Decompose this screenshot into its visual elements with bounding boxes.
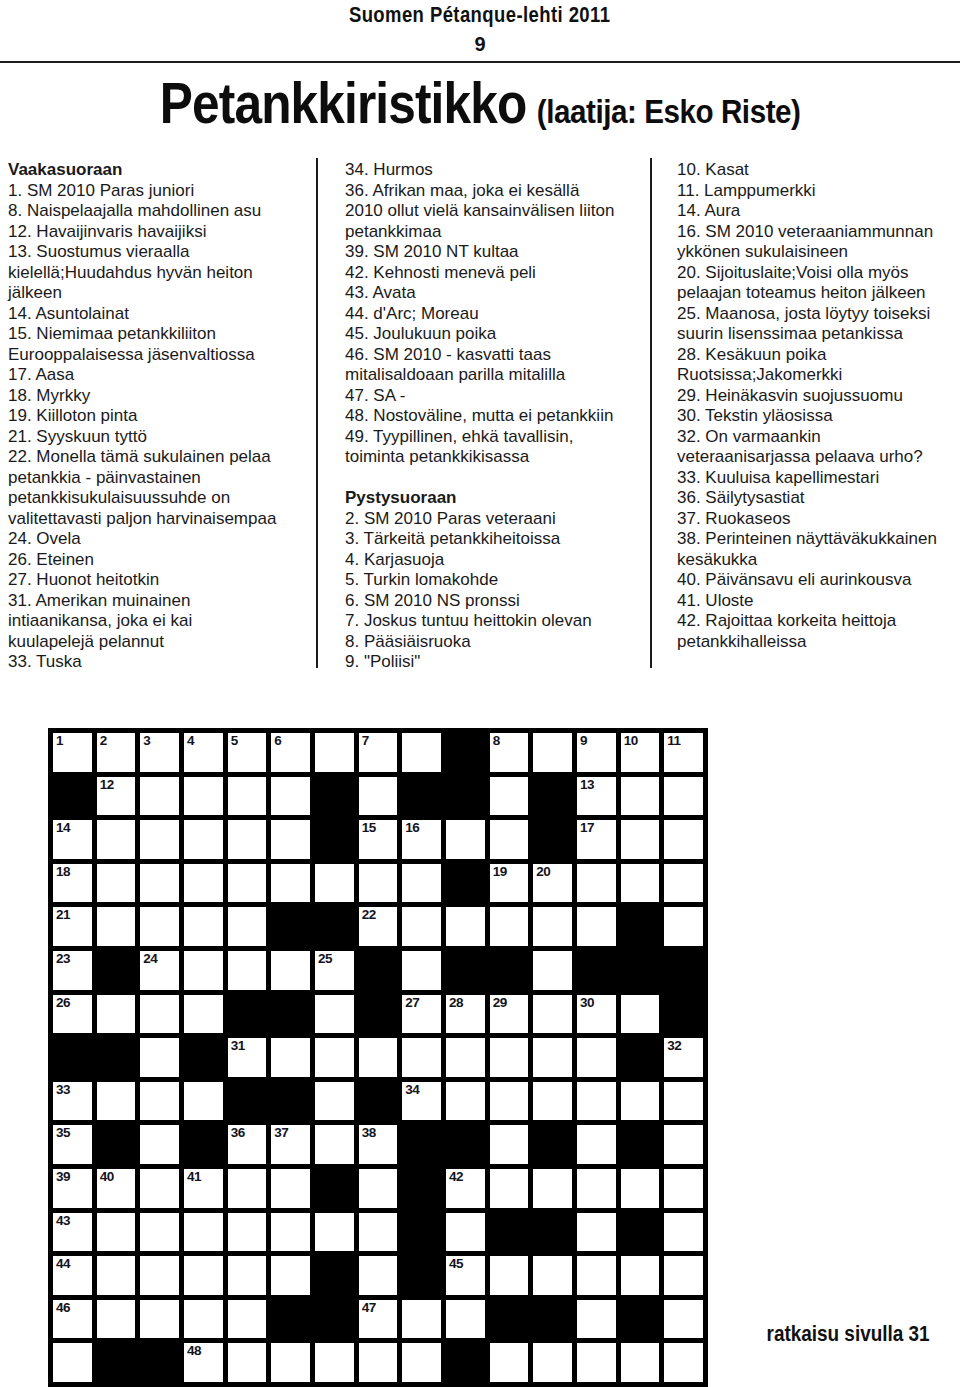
grid-cell-white[interactable]: 43 bbox=[53, 1213, 92, 1252]
cell-number: 28 bbox=[449, 995, 463, 1011]
grid-cell-white[interactable] bbox=[577, 1082, 616, 1121]
grid-cell-white[interactable]: 3 bbox=[140, 733, 179, 772]
grid-cell-white[interactable] bbox=[315, 995, 354, 1034]
clue: 2. SM 2010 Paras veteraani bbox=[345, 509, 644, 530]
grid-cell-white[interactable] bbox=[228, 1169, 267, 1208]
clue-line: 10. Kasat bbox=[677, 160, 956, 181]
grid-cell-white[interactable] bbox=[140, 1300, 179, 1339]
clue-line: 8. Pääsiäisruoka bbox=[345, 632, 644, 653]
grid-cell-white[interactable] bbox=[315, 1343, 354, 1382]
grid-cell-white[interactable]: 34 bbox=[402, 1082, 441, 1121]
grid-cell-black bbox=[533, 1213, 572, 1252]
clue: 39. SM 2010 NT kultaa bbox=[345, 242, 644, 263]
clue: 27. Huonot heitotkin bbox=[8, 570, 310, 591]
cell-number: 7 bbox=[362, 733, 369, 749]
grid-cell-white[interactable] bbox=[621, 995, 660, 1034]
puzzle-title-row: Petankkiristikko(laatija: Esko Riste) bbox=[0, 70, 960, 136]
grid-cell-white[interactable] bbox=[402, 1038, 441, 1077]
grid-cell-white[interactable]: 20 bbox=[533, 864, 572, 903]
cell-number: 48 bbox=[187, 1343, 201, 1359]
grid-cell-white[interactable] bbox=[577, 1300, 616, 1339]
grid-cell-white[interactable] bbox=[140, 864, 179, 903]
grid-cell-white[interactable] bbox=[271, 777, 310, 816]
grid-cell-white[interactable] bbox=[577, 1169, 616, 1208]
grid-cell-black bbox=[446, 951, 485, 990]
clue-line: 14. Asuntolainat bbox=[8, 304, 310, 325]
clue-line: 7. Joskus tuntuu heittokin olevan bbox=[345, 611, 644, 632]
clue-line: intiaanikansa, joka ei kai bbox=[8, 611, 310, 632]
cell-number: 5 bbox=[231, 733, 238, 749]
grid-cell-white[interactable] bbox=[577, 864, 616, 903]
grid-cell-white[interactable] bbox=[140, 907, 179, 946]
grid-cell-white[interactable] bbox=[621, 820, 660, 859]
grid-cell-black bbox=[446, 733, 485, 772]
cell-number: 34 bbox=[405, 1082, 419, 1098]
grid-cell-black bbox=[490, 1213, 529, 1252]
grid-cell-white[interactable] bbox=[621, 1082, 660, 1121]
grid-cell-black bbox=[228, 1082, 267, 1121]
grid-cell-white[interactable] bbox=[533, 1169, 572, 1208]
grid-cell-white[interactable] bbox=[664, 907, 703, 946]
grid-cell-white[interactable] bbox=[97, 1300, 136, 1339]
grid-cell-white[interactable]: 19 bbox=[490, 864, 529, 903]
clue: 33. Kuuluisa kapellimestari bbox=[677, 468, 956, 489]
grid-cell-white[interactable]: 27 bbox=[402, 995, 441, 1034]
grid-cell-white[interactable] bbox=[446, 1038, 485, 1077]
grid-cell-white[interactable]: 12 bbox=[97, 777, 136, 816]
grid-cell-white[interactable] bbox=[271, 864, 310, 903]
grid-cell-black bbox=[315, 1256, 354, 1295]
clue: 41. Uloste bbox=[677, 591, 956, 612]
grid-cell-white[interactable] bbox=[446, 907, 485, 946]
crossword-grid: 1234567891011121314151617181920212223242… bbox=[48, 728, 708, 1387]
grid-cell-white[interactable]: 47 bbox=[359, 1300, 398, 1339]
clue: 34. Hurmos bbox=[345, 160, 644, 181]
grid-cell-white[interactable] bbox=[140, 995, 179, 1034]
clue: 1. SM 2010 Paras juniori bbox=[8, 181, 310, 202]
cell-number: 8 bbox=[493, 733, 500, 749]
grid-cell-white[interactable] bbox=[533, 995, 572, 1034]
header-divider bbox=[0, 61, 960, 63]
grid-cell-white[interactable] bbox=[359, 1213, 398, 1252]
cell-number: 42 bbox=[449, 1169, 463, 1185]
grid-cell-white[interactable] bbox=[664, 820, 703, 859]
clue-line: 14. Aura bbox=[677, 201, 956, 222]
grid-cell-white[interactable] bbox=[315, 1038, 354, 1077]
clue-line: 40. Päivänsavu eli aurinkousva bbox=[677, 570, 956, 591]
grid-cell-white[interactable] bbox=[97, 995, 136, 1034]
puzzle-byline: (laatija: Esko Riste) bbox=[537, 92, 801, 130]
grid-cell-white[interactable] bbox=[315, 864, 354, 903]
clue-line: 2. SM 2010 Paras veteraani bbox=[345, 509, 644, 530]
clue: 40. Päivänsavu eli aurinkousva bbox=[677, 570, 956, 591]
clue-line: 5. Turkin lomakohde bbox=[345, 570, 644, 591]
grid-cell-white[interactable] bbox=[664, 1169, 703, 1208]
grid-cell-white[interactable] bbox=[664, 1300, 703, 1339]
clue: 37. Ruokaseos bbox=[677, 509, 956, 530]
grid-cell-white[interactable] bbox=[228, 1300, 267, 1339]
grid-cell-white[interactable]: 4 bbox=[184, 733, 223, 772]
grid-cell-black bbox=[97, 1125, 136, 1164]
cell-number: 26 bbox=[56, 995, 70, 1011]
grid-cell-white[interactable] bbox=[621, 864, 660, 903]
magazine-page: Suomen Pétanque-lehti 2011 9 Petankkiris… bbox=[0, 0, 960, 1387]
grid-cell-white[interactable]: 37 bbox=[271, 1125, 310, 1164]
grid-cell-white[interactable] bbox=[228, 1256, 267, 1295]
grid-cell-white[interactable] bbox=[577, 1038, 616, 1077]
grid-cell-white[interactable] bbox=[359, 1343, 398, 1382]
grid-cell-white[interactable]: 39 bbox=[53, 1169, 92, 1208]
grid-cell-white[interactable]: 15 bbox=[359, 820, 398, 859]
grid-cell-white[interactable] bbox=[140, 1082, 179, 1121]
grid-cell-white[interactable]: 18 bbox=[53, 864, 92, 903]
clue-line: jälkeen bbox=[8, 283, 310, 304]
grid-cell-white[interactable] bbox=[490, 820, 529, 859]
grid-cell-white[interactable] bbox=[184, 1300, 223, 1339]
grid-cell-white[interactable] bbox=[271, 820, 310, 859]
grid-cell-white[interactable] bbox=[315, 733, 354, 772]
cell-number: 21 bbox=[56, 907, 70, 923]
grid-cell-white[interactable]: 14 bbox=[53, 820, 92, 859]
grid-cell-white[interactable]: 42 bbox=[446, 1169, 485, 1208]
clue: 29. Heinäkasvin suojussuomu bbox=[677, 386, 956, 407]
cell-number: 38 bbox=[362, 1125, 376, 1141]
cell-number: 16 bbox=[405, 820, 419, 836]
clue-line: 21. Syyskuun tyttö bbox=[8, 427, 310, 448]
grid-cell-white[interactable] bbox=[228, 951, 267, 990]
clue: 32. On varmaankinveteraanisarjassa pelaa… bbox=[677, 427, 956, 468]
clue-line: 2010 ollut vielä kansainvälisen liiton bbox=[345, 201, 644, 222]
grid-cell-white[interactable] bbox=[490, 1169, 529, 1208]
clue: 14. Asuntolainat bbox=[8, 304, 310, 325]
clue-line: petankkia - päinvastainen bbox=[8, 468, 310, 489]
cell-number: 19 bbox=[493, 864, 507, 880]
clue: 48. Nostoväline, mutta ei petankkiin bbox=[345, 406, 644, 427]
grid-cell-white[interactable] bbox=[664, 777, 703, 816]
grid-cell-white[interactable] bbox=[490, 777, 529, 816]
grid-cell-white[interactable]: 48 bbox=[184, 1343, 223, 1382]
grid-cell-black bbox=[271, 995, 310, 1034]
grid-cell-white[interactable]: 36 bbox=[228, 1125, 267, 1164]
grid-cell-white[interactable] bbox=[184, 1256, 223, 1295]
grid-cell-white[interactable] bbox=[271, 1169, 310, 1208]
grid-cell-white[interactable] bbox=[140, 1038, 179, 1077]
clue-line: 44. d'Arc; Moreau bbox=[345, 304, 644, 325]
grid-cell-white[interactable] bbox=[184, 820, 223, 859]
grid-cell-white[interactable] bbox=[490, 1343, 529, 1382]
grid-cell-white[interactable]: 30 bbox=[577, 995, 616, 1034]
solution-note: ratkaisu sivulla 31 bbox=[767, 1321, 930, 1347]
cell-number: 2 bbox=[100, 733, 107, 749]
grid-cell-white[interactable] bbox=[271, 1038, 310, 1077]
grid-cell-black bbox=[402, 777, 441, 816]
grid-cell-black bbox=[402, 1213, 441, 1252]
clue-line: 24. Ovela bbox=[8, 529, 310, 550]
cell-number: 25 bbox=[318, 951, 332, 967]
grid-cell-black bbox=[533, 820, 572, 859]
clue-line: 9. "Poliisi" bbox=[345, 652, 644, 668]
grid-cell-white[interactable]: 44 bbox=[53, 1256, 92, 1295]
grid-cell-white[interactable]: 35 bbox=[53, 1125, 92, 1164]
grid-cell-white[interactable]: 32 bbox=[664, 1038, 703, 1077]
grid-cell-white[interactable]: 7 bbox=[359, 733, 398, 772]
clue-line: 36. Säilytysastiat bbox=[677, 488, 956, 509]
grid-cell-white[interactable]: 23 bbox=[53, 951, 92, 990]
grid-cell-white[interactable] bbox=[664, 1082, 703, 1121]
grid-cell-white[interactable]: 16 bbox=[402, 820, 441, 859]
grid-cell-white[interactable] bbox=[533, 951, 572, 990]
grid-cell-white[interactable] bbox=[621, 1169, 660, 1208]
clue: 44. d'Arc; Moreau bbox=[345, 304, 644, 325]
grid-cell-white[interactable] bbox=[140, 1256, 179, 1295]
grid-cell-black bbox=[359, 1082, 398, 1121]
clue-line: 48. Nostoväline, mutta ei petankkiin bbox=[345, 406, 644, 427]
clue: 14. Aura bbox=[677, 201, 956, 222]
grid-cell-white[interactable] bbox=[490, 1256, 529, 1295]
grid-cell-white[interactable]: 22 bbox=[359, 907, 398, 946]
grid-cell-white[interactable] bbox=[533, 907, 572, 946]
grid-cell-white[interactable] bbox=[140, 1125, 179, 1164]
grid-cell-white[interactable] bbox=[140, 1169, 179, 1208]
grid-cell-white[interactable]: 11 bbox=[664, 733, 703, 772]
grid-cell-white[interactable] bbox=[97, 1213, 136, 1252]
grid-cell-white[interactable] bbox=[184, 1213, 223, 1252]
grid-cell-black bbox=[621, 907, 660, 946]
puzzle-title: Petankkiristikko bbox=[160, 71, 526, 135]
grid-cell-white[interactable]: 1 bbox=[53, 733, 92, 772]
cell-number: 45 bbox=[449, 1256, 463, 1272]
grid-cell-white[interactable] bbox=[533, 1082, 572, 1121]
grid-cell-white[interactable] bbox=[446, 1213, 485, 1252]
grid-cell-white[interactable] bbox=[621, 1256, 660, 1295]
grid-cell-white[interactable]: 41 bbox=[184, 1169, 223, 1208]
grid-cell-white[interactable] bbox=[97, 907, 136, 946]
grid-cell-white[interactable] bbox=[228, 1343, 267, 1382]
grid-cell-white[interactable] bbox=[664, 864, 703, 903]
clue: 33. Tuska bbox=[8, 652, 310, 668]
grid-cell-white[interactable] bbox=[490, 1125, 529, 1164]
grid-cell-white[interactable] bbox=[359, 1038, 398, 1077]
clue-line: ykkönen sukulaisineen bbox=[677, 242, 956, 263]
grid-cell-white[interactable] bbox=[228, 820, 267, 859]
cell-number: 10 bbox=[624, 733, 638, 749]
grid-cell-black bbox=[446, 1343, 485, 1382]
clue: 25. Maanosa, josta löytyy toiseksisuurin… bbox=[677, 304, 956, 345]
grid-cell-white[interactable] bbox=[271, 951, 310, 990]
grid-cell-black bbox=[97, 1343, 136, 1382]
grid-cell-white[interactable] bbox=[184, 907, 223, 946]
grid-cell-white[interactable] bbox=[184, 995, 223, 1034]
grid-cell-white[interactable]: 25 bbox=[315, 951, 354, 990]
cell-number: 24 bbox=[143, 951, 157, 967]
clue: 18. Myrkky bbox=[8, 386, 310, 407]
grid-cell-white[interactable]: 17 bbox=[577, 820, 616, 859]
grid-cell-white[interactable] bbox=[271, 1256, 310, 1295]
clue: 21. Syyskuun tyttö bbox=[8, 427, 310, 448]
grid-cell-white[interactable] bbox=[446, 1300, 485, 1339]
grid-cell-white[interactable] bbox=[490, 1038, 529, 1077]
grid-cell-white[interactable] bbox=[402, 864, 441, 903]
grid-cell-white[interactable] bbox=[402, 907, 441, 946]
clue-line: veteraanisarjassa pelaava urho? bbox=[677, 447, 956, 468]
grid-cell-white[interactable]: 21 bbox=[53, 907, 92, 946]
clue: 45. Joulukuun poika bbox=[345, 324, 644, 345]
grid-cell-white[interactable]: 38 bbox=[359, 1125, 398, 1164]
grid-cell-white[interactable] bbox=[402, 1343, 441, 1382]
grid-cell-white[interactable] bbox=[184, 1082, 223, 1121]
grid-cell-black bbox=[271, 1082, 310, 1121]
grid-cell-white[interactable] bbox=[577, 907, 616, 946]
grid-cell-white[interactable]: 40 bbox=[97, 1169, 136, 1208]
grid-cell-white[interactable] bbox=[97, 820, 136, 859]
grid-cell-white[interactable]: 5 bbox=[228, 733, 267, 772]
grid-cell-white[interactable] bbox=[577, 1343, 616, 1382]
grid-cell-white[interactable] bbox=[446, 1082, 485, 1121]
grid-cell-white[interactable]: 10 bbox=[621, 733, 660, 772]
cell-number: 11 bbox=[667, 733, 680, 749]
clue: 26. Eteinen bbox=[8, 550, 310, 571]
clue-section-heading: Pystysuoraan bbox=[345, 488, 644, 509]
cell-number: 14 bbox=[56, 820, 70, 836]
clue-line: suurin lisenssimaa petankissa bbox=[677, 324, 956, 345]
grid-cell-white[interactable] bbox=[359, 1169, 398, 1208]
clue-line: petankkisukulaisuussuhde on bbox=[8, 488, 310, 509]
cell-number: 18 bbox=[56, 864, 70, 880]
clue-table: Vaakasuoraan1. SM 2010 Paras juniori8. N… bbox=[0, 158, 960, 668]
grid-cell-white[interactable] bbox=[97, 1082, 136, 1121]
clue-line: 38. Perinteinen näyttäväkukkainen bbox=[677, 529, 956, 550]
grid-cell-white[interactable] bbox=[97, 1256, 136, 1295]
grid-cell-black bbox=[315, 1300, 354, 1339]
grid-cell-white[interactable] bbox=[533, 733, 572, 772]
cell-number: 37 bbox=[274, 1125, 288, 1141]
grid-cell-black bbox=[402, 1256, 441, 1295]
grid-cell-black bbox=[184, 1038, 223, 1077]
cell-number: 13 bbox=[580, 777, 594, 793]
grid-cell-white[interactable]: 31 bbox=[228, 1038, 267, 1077]
clue: 36. Afrikan maa, joka ei kesällä2010 oll… bbox=[345, 181, 644, 243]
clue-line: Ruotsissa;Jakomerkki bbox=[677, 365, 956, 386]
grid-cell-white[interactable] bbox=[271, 1213, 310, 1252]
grid-cell-white[interactable] bbox=[577, 1125, 616, 1164]
grid-cell-white[interactable] bbox=[490, 907, 529, 946]
grid-cell-white[interactable] bbox=[315, 1125, 354, 1164]
grid-cell-white[interactable] bbox=[359, 864, 398, 903]
grid-cell-white[interactable]: 46 bbox=[53, 1300, 92, 1339]
grid-cell-white[interactable] bbox=[271, 1343, 310, 1382]
grid-cell-white[interactable] bbox=[228, 777, 267, 816]
grid-cell-white[interactable] bbox=[184, 864, 223, 903]
clue: 13. Suostumus vieraallakielellä;Huudahdu… bbox=[8, 242, 310, 304]
clue: 19. Kiilloton pinta bbox=[8, 406, 310, 427]
grid-cell-white[interactable] bbox=[97, 864, 136, 903]
grid-cell-white[interactable] bbox=[184, 951, 223, 990]
grid-cell-white[interactable] bbox=[577, 1213, 616, 1252]
grid-cell-white[interactable]: 45 bbox=[446, 1256, 485, 1295]
grid-cell-white[interactable] bbox=[664, 1256, 703, 1295]
grid-cell-white[interactable] bbox=[533, 1038, 572, 1077]
clue-line: 27. Huonot heitotkin bbox=[8, 570, 310, 591]
grid-cell-black bbox=[315, 820, 354, 859]
grid-cell-white[interactable]: 29 bbox=[490, 995, 529, 1034]
grid-cell-white[interactable]: 24 bbox=[140, 951, 179, 990]
grid-cell-white[interactable] bbox=[315, 1082, 354, 1121]
grid-cell-black bbox=[271, 1300, 310, 1339]
grid-cell-black bbox=[271, 907, 310, 946]
grid-cell-white[interactable]: 33 bbox=[53, 1082, 92, 1121]
grid-cell-black bbox=[664, 995, 703, 1034]
grid-cell-white[interactable] bbox=[140, 1213, 179, 1252]
grid-cell-black bbox=[621, 1213, 660, 1252]
clue-line: 6. SM 2010 NS pronssi bbox=[345, 591, 644, 612]
grid-cell-white[interactable] bbox=[533, 1256, 572, 1295]
grid-cell-white[interactable] bbox=[315, 1213, 354, 1252]
grid-cell-white[interactable]: 8 bbox=[490, 733, 529, 772]
grid-cell-white[interactable] bbox=[359, 777, 398, 816]
grid-cell-white[interactable] bbox=[228, 907, 267, 946]
grid-cell-white[interactable] bbox=[228, 1213, 267, 1252]
grid-cell-white[interactable]: 2 bbox=[97, 733, 136, 772]
grid-cell-white[interactable] bbox=[53, 1343, 92, 1382]
grid-cell-white[interactable]: 26 bbox=[53, 995, 92, 1034]
cell-number: 47 bbox=[362, 1300, 376, 1316]
cell-number: 6 bbox=[274, 733, 281, 749]
clue: 38. Perinteinen näyttäväkukkainenkesäkuk… bbox=[677, 529, 956, 570]
clue: 15. Niemimaa petankkiliitonEurooppalaise… bbox=[8, 324, 310, 365]
grid-cell-white[interactable] bbox=[664, 1213, 703, 1252]
grid-cell-white[interactable] bbox=[140, 820, 179, 859]
clue-line: 16. SM 2010 veteraaniammunnan bbox=[677, 222, 956, 243]
grid-cell-white[interactable] bbox=[490, 1082, 529, 1121]
grid-cell-white[interactable] bbox=[533, 1343, 572, 1382]
clue-line: 42. Kehnosti menevä peli bbox=[345, 263, 644, 284]
clue-line: mitalisaldoaan parilla mitalilla bbox=[345, 365, 644, 386]
grid-cell-white[interactable]: 13 bbox=[577, 777, 616, 816]
cell-number: 41 bbox=[187, 1169, 201, 1185]
cell-number: 36 bbox=[231, 1125, 245, 1141]
cell-number: 17 bbox=[580, 820, 594, 836]
grid-cell-white[interactable] bbox=[140, 777, 179, 816]
grid-cell-white[interactable] bbox=[402, 1300, 441, 1339]
clue-line: 15. Niemimaa petankkiliiton bbox=[8, 324, 310, 345]
clue-line: 18. Myrkky bbox=[8, 386, 310, 407]
grid-cell-white[interactable] bbox=[402, 733, 441, 772]
grid-cell-white[interactable] bbox=[359, 1256, 398, 1295]
grid-cell-white[interactable]: 9 bbox=[577, 733, 616, 772]
grid-cell-white[interactable] bbox=[621, 777, 660, 816]
grid-cell-white[interactable] bbox=[446, 820, 485, 859]
cell-number: 33 bbox=[56, 1082, 70, 1098]
clue-line: 32. On varmaankin bbox=[677, 427, 956, 448]
grid-cell-black bbox=[315, 907, 354, 946]
grid-cell-white[interactable] bbox=[577, 1256, 616, 1295]
grid-cell-white[interactable] bbox=[664, 1125, 703, 1164]
grid-cell-white[interactable] bbox=[621, 1343, 660, 1382]
clue: 28. Kesäkuun poikaRuotsissa;Jakomerkki bbox=[677, 345, 956, 386]
grid-cell-white[interactable] bbox=[184, 777, 223, 816]
cell-number: 31 bbox=[231, 1038, 245, 1054]
grid-cell-white[interactable]: 28 bbox=[446, 995, 485, 1034]
grid-cell-black bbox=[402, 1169, 441, 1208]
grid-cell-white[interactable] bbox=[664, 1343, 703, 1382]
grid-cell-white[interactable] bbox=[228, 864, 267, 903]
grid-cell-white[interactable]: 6 bbox=[271, 733, 310, 772]
cell-number: 30 bbox=[580, 995, 594, 1011]
clue: 42. Rajoittaa korkeita heittojapetankkih… bbox=[677, 611, 956, 652]
clue-line: 11. Lamppumerkki bbox=[677, 181, 956, 202]
grid-cell-white[interactable] bbox=[402, 951, 441, 990]
clue-section-heading: Vaakasuoraan bbox=[8, 160, 310, 181]
